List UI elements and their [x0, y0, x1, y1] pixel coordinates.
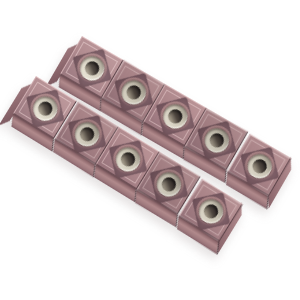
- center-hole: [124, 83, 143, 102]
- center-hole: [250, 157, 269, 176]
- center-hole: [159, 175, 178, 194]
- center-hole: [36, 99, 55, 118]
- center-hole: [83, 59, 102, 78]
- center-hole: [207, 131, 226, 150]
- center-hole: [118, 150, 137, 169]
- center-hole: [77, 125, 96, 144]
- center-hole: [201, 202, 220, 221]
- product-photo: [0, 0, 300, 300]
- center-hole: [166, 107, 185, 126]
